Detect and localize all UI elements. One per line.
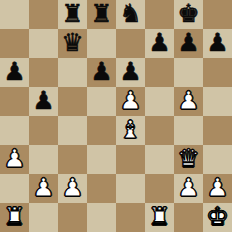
square-c6[interactable] (58, 58, 87, 87)
square-f2[interactable] (145, 174, 174, 203)
square-h6[interactable] (203, 58, 232, 87)
black-king-g8[interactable]: ♚ (177, 0, 199, 28)
square-e8[interactable]: ♞ (116, 0, 145, 29)
black-pawn-f7[interactable]: ♟ (148, 29, 170, 57)
black-pawn-d6[interactable]: ♟ (90, 58, 112, 86)
square-e2[interactable] (116, 174, 145, 203)
square-b2[interactable]: ♟ (29, 174, 58, 203)
square-a4[interactable] (0, 116, 29, 145)
square-b4[interactable] (29, 116, 58, 145)
square-h8[interactable] (203, 0, 232, 29)
black-pawn-g7[interactable]: ♟ (177, 29, 199, 57)
square-h4[interactable] (203, 116, 232, 145)
square-b1[interactable] (29, 203, 58, 232)
white-bishop-e4[interactable]: ♝ (119, 116, 141, 144)
square-h1[interactable]: ♚ (203, 203, 232, 232)
black-pawn-b5[interactable]: ♟ (32, 87, 54, 115)
square-e6[interactable]: ♟ (116, 58, 145, 87)
black-knight-e8[interactable]: ♞ (119, 0, 141, 28)
square-d6[interactable]: ♟ (87, 58, 116, 87)
square-a6[interactable]: ♟ (0, 58, 29, 87)
square-d4[interactable] (87, 116, 116, 145)
square-d1[interactable] (87, 203, 116, 232)
square-b3[interactable] (29, 145, 58, 174)
white-pawn-g2[interactable]: ♟ (177, 174, 199, 202)
black-rook-d8[interactable]: ♜ (90, 0, 112, 28)
square-a8[interactable] (0, 0, 29, 29)
square-g1[interactable] (174, 203, 203, 232)
square-b6[interactable] (29, 58, 58, 87)
square-g7[interactable]: ♟ (174, 29, 203, 58)
black-pawn-h7[interactable]: ♟ (206, 29, 228, 57)
square-e5[interactable]: ♟ (116, 87, 145, 116)
square-d2[interactable] (87, 174, 116, 203)
white-pawn-g5[interactable]: ♟ (177, 87, 199, 115)
square-f6[interactable] (145, 58, 174, 87)
square-c5[interactable] (58, 87, 87, 116)
square-g4[interactable] (174, 116, 203, 145)
chess-board: ♜♜♞♚♛♟♟♟♟♟♟♟♟♟♝♟♛♟♟♟♟♜♜♚ (0, 0, 232, 232)
black-pawn-e6[interactable]: ♟ (119, 58, 141, 86)
square-b7[interactable] (29, 29, 58, 58)
square-d7[interactable] (87, 29, 116, 58)
square-e4[interactable]: ♝ (116, 116, 145, 145)
white-pawn-c2[interactable]: ♟ (61, 174, 83, 202)
white-king-h1[interactable]: ♚ (206, 203, 228, 231)
square-g3[interactable]: ♛ (174, 145, 203, 174)
square-f5[interactable] (145, 87, 174, 116)
square-d8[interactable]: ♜ (87, 0, 116, 29)
square-a3[interactable]: ♟ (0, 145, 29, 174)
white-pawn-e5[interactable]: ♟ (119, 87, 141, 115)
square-f4[interactable] (145, 116, 174, 145)
square-e1[interactable] (116, 203, 145, 232)
square-b5[interactable]: ♟ (29, 87, 58, 116)
square-h5[interactable] (203, 87, 232, 116)
square-d5[interactable] (87, 87, 116, 116)
black-pawn-a6[interactable]: ♟ (3, 58, 25, 86)
white-rook-f1[interactable]: ♜ (148, 203, 170, 231)
square-g8[interactable]: ♚ (174, 0, 203, 29)
square-g2[interactable]: ♟ (174, 174, 203, 203)
white-pawn-b2[interactable]: ♟ (32, 174, 54, 202)
square-c1[interactable] (58, 203, 87, 232)
square-e7[interactable] (116, 29, 145, 58)
square-c3[interactable] (58, 145, 87, 174)
square-b8[interactable] (29, 0, 58, 29)
square-g5[interactable]: ♟ (174, 87, 203, 116)
black-rook-c8[interactable]: ♜ (61, 0, 83, 28)
white-rook-a1[interactable]: ♜ (3, 203, 25, 231)
square-a7[interactable] (0, 29, 29, 58)
square-e3[interactable] (116, 145, 145, 174)
black-queen-c7[interactable]: ♛ (61, 29, 83, 57)
white-queen-g3[interactable]: ♛ (177, 145, 199, 173)
square-c8[interactable]: ♜ (58, 0, 87, 29)
square-d3[interactable] (87, 145, 116, 174)
square-f8[interactable] (145, 0, 174, 29)
square-h7[interactable]: ♟ (203, 29, 232, 58)
square-a1[interactable]: ♜ (0, 203, 29, 232)
white-pawn-h2[interactable]: ♟ (206, 174, 228, 202)
square-h3[interactable] (203, 145, 232, 174)
square-f7[interactable]: ♟ (145, 29, 174, 58)
square-f3[interactable] (145, 145, 174, 174)
square-c7[interactable]: ♛ (58, 29, 87, 58)
square-g6[interactable] (174, 58, 203, 87)
square-c4[interactable] (58, 116, 87, 145)
square-f1[interactable]: ♜ (145, 203, 174, 232)
square-c2[interactable]: ♟ (58, 174, 87, 203)
white-pawn-a3[interactable]: ♟ (3, 145, 25, 173)
square-a5[interactable] (0, 87, 29, 116)
square-a2[interactable] (0, 174, 29, 203)
square-h2[interactable]: ♟ (203, 174, 232, 203)
